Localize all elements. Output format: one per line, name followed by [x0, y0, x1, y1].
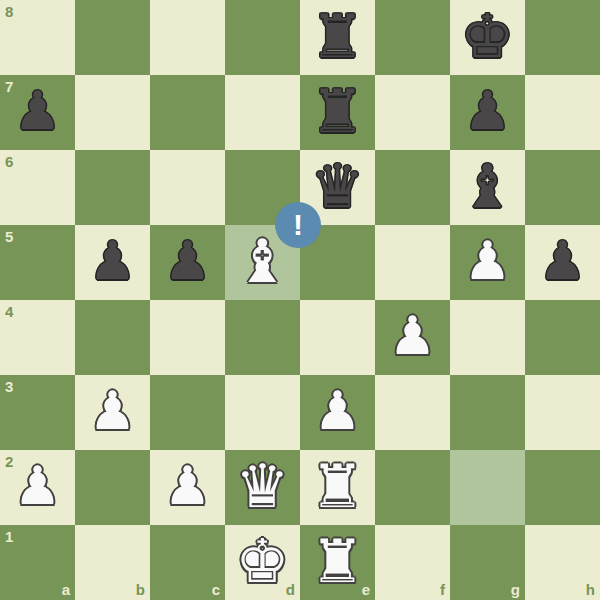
chess-board: ! 8♜♚7♟♜♟6♛♝5♟♟♝♟♟4♟3♟♟2♟♟♛♜1abcd♚e♜fgh	[0, 0, 600, 600]
square-g5[interactable]: ♟	[450, 225, 525, 300]
square-g1[interactable]: g	[450, 525, 525, 600]
square-g7[interactable]: ♟	[450, 75, 525, 150]
file-label-a: a	[62, 582, 70, 597]
square-a2[interactable]: 2♟	[0, 450, 75, 525]
square-c3[interactable]	[150, 375, 225, 450]
square-h5[interactable]: ♟	[525, 225, 600, 300]
square-b3[interactable]: ♟	[75, 375, 150, 450]
rank-label-1: 1	[5, 529, 13, 544]
square-d1[interactable]: d♚	[225, 525, 300, 600]
square-e8[interactable]: ♜	[300, 0, 375, 75]
square-a5[interactable]: 5	[0, 225, 75, 300]
square-c5[interactable]: ♟	[150, 225, 225, 300]
great-move-symbol: !	[293, 208, 303, 242]
square-e3[interactable]: ♟	[300, 375, 375, 450]
square-e7[interactable]: ♜	[300, 75, 375, 150]
piece-black-pawn-b5[interactable]: ♟	[75, 225, 150, 300]
square-c1[interactable]: c	[150, 525, 225, 600]
piece-white-pawn-e3[interactable]: ♟	[300, 375, 375, 450]
rank-label-3: 3	[5, 379, 13, 394]
file-label-b: b	[136, 582, 145, 597]
piece-white-pawn-a2[interactable]: ♟	[0, 450, 75, 525]
square-d8[interactable]	[225, 0, 300, 75]
square-b1[interactable]: b	[75, 525, 150, 600]
square-f8[interactable]	[375, 0, 450, 75]
square-d3[interactable]	[225, 375, 300, 450]
square-b5[interactable]: ♟	[75, 225, 150, 300]
square-f4[interactable]: ♟	[375, 300, 450, 375]
piece-white-rook-e2[interactable]: ♜	[300, 450, 375, 525]
piece-black-rook-e8[interactable]: ♜	[300, 0, 375, 75]
square-b8[interactable]	[75, 0, 150, 75]
piece-white-pawn-c2[interactable]: ♟	[150, 450, 225, 525]
piece-white-pawn-f4[interactable]: ♟	[375, 300, 450, 375]
square-h2[interactable]	[525, 450, 600, 525]
square-g8[interactable]: ♚	[450, 0, 525, 75]
square-b6[interactable]	[75, 150, 150, 225]
rank-label-4: 4	[5, 304, 13, 319]
piece-black-pawn-g7[interactable]: ♟	[450, 75, 525, 150]
piece-white-pawn-b3[interactable]: ♟	[75, 375, 150, 450]
piece-black-king-g8[interactable]: ♚	[450, 0, 525, 75]
square-f1[interactable]: f	[375, 525, 450, 600]
square-a1[interactable]: 1a	[0, 525, 75, 600]
square-h7[interactable]	[525, 75, 600, 150]
piece-black-pawn-a7[interactable]: ♟	[0, 75, 75, 150]
square-h6[interactable]	[525, 150, 600, 225]
square-f7[interactable]	[375, 75, 450, 150]
square-d2[interactable]: ♛	[225, 450, 300, 525]
square-b4[interactable]	[75, 300, 150, 375]
square-a8[interactable]: 8	[0, 0, 75, 75]
square-f3[interactable]	[375, 375, 450, 450]
piece-black-pawn-c5[interactable]: ♟	[150, 225, 225, 300]
square-h3[interactable]	[525, 375, 600, 450]
file-label-f: f	[440, 582, 445, 597]
rank-label-6: 6	[5, 154, 13, 169]
square-c4[interactable]	[150, 300, 225, 375]
square-c6[interactable]	[150, 150, 225, 225]
rank-label-8: 8	[5, 4, 13, 19]
square-a3[interactable]: 3	[0, 375, 75, 450]
square-d4[interactable]	[225, 300, 300, 375]
square-a4[interactable]: 4	[0, 300, 75, 375]
square-d7[interactable]	[225, 75, 300, 150]
file-label-c: c	[212, 582, 220, 597]
great-move-badge: !	[275, 202, 321, 248]
piece-white-rook-e1[interactable]: ♜	[300, 525, 375, 600]
piece-black-bishop-g6[interactable]: ♝	[450, 150, 525, 225]
square-g2[interactable]	[450, 450, 525, 525]
square-g4[interactable]	[450, 300, 525, 375]
square-e2[interactable]: ♜	[300, 450, 375, 525]
rank-label-5: 5	[5, 229, 13, 244]
square-a7[interactable]: 7♟	[0, 75, 75, 150]
square-e4[interactable]	[300, 300, 375, 375]
square-g6[interactable]: ♝	[450, 150, 525, 225]
file-label-g: g	[511, 582, 520, 597]
square-f5[interactable]	[375, 225, 450, 300]
square-h8[interactable]	[525, 0, 600, 75]
piece-white-pawn-g5[interactable]: ♟	[450, 225, 525, 300]
piece-white-queen-d2[interactable]: ♛	[225, 450, 300, 525]
square-c7[interactable]	[150, 75, 225, 150]
piece-black-rook-e7[interactable]: ♜	[300, 75, 375, 150]
square-c8[interactable]	[150, 0, 225, 75]
square-g3[interactable]	[450, 375, 525, 450]
piece-white-king-d1[interactable]: ♚	[225, 525, 300, 600]
square-b7[interactable]	[75, 75, 150, 150]
square-f2[interactable]	[375, 450, 450, 525]
square-a6[interactable]: 6	[0, 150, 75, 225]
square-f6[interactable]	[375, 150, 450, 225]
file-label-h: h	[586, 582, 595, 597]
square-c2[interactable]: ♟	[150, 450, 225, 525]
square-e1[interactable]: e♜	[300, 525, 375, 600]
square-h4[interactable]	[525, 300, 600, 375]
square-b2[interactable]	[75, 450, 150, 525]
piece-black-pawn-h5[interactable]: ♟	[525, 225, 600, 300]
square-h1[interactable]: h	[525, 525, 600, 600]
